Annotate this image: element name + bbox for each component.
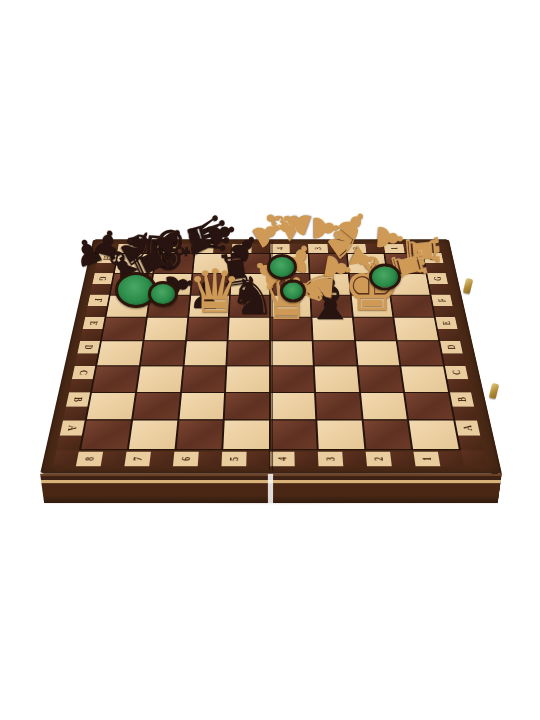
chess-set-photo: 87654321 87654321 HGFEDCBA HGFEDCBA ♚♛♜♜… [0, 0, 540, 720]
brass-hardware [0, 0, 540, 720]
brass-clasp [463, 278, 473, 294]
brass-clasp [489, 383, 499, 399]
